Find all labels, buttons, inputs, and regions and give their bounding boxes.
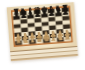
board-square: ♜ (64, 37, 71, 42)
chess-board: ♜♞♝♛♚♝♞♜♟♟♟♟♟♟♟♟♟♟♟♟♟♟♟♟♜♞♝♛♚♝♞♜ (11, 6, 73, 47)
wooden-chess-box: ♜♞♝♛♚♝♞♜♟♟♟♟♟♟♟♟♟♟♟♟♟♟♟♟♜♞♝♛♚♝♞♜ (7, 2, 78, 61)
box-lid-top: ♜♞♝♛♚♝♞♜♟♟♟♟♟♟♟♟♟♟♟♟♟♟♟♟♜♞♝♛♚♝♞♜ (7, 2, 77, 50)
product-photo-scene: ♜♞♝♛♚♝♞♜♟♟♟♟♟♟♟♟♟♟♟♟♟♟♟♟♜♞♝♛♚♝♞♜ (0, 0, 85, 70)
